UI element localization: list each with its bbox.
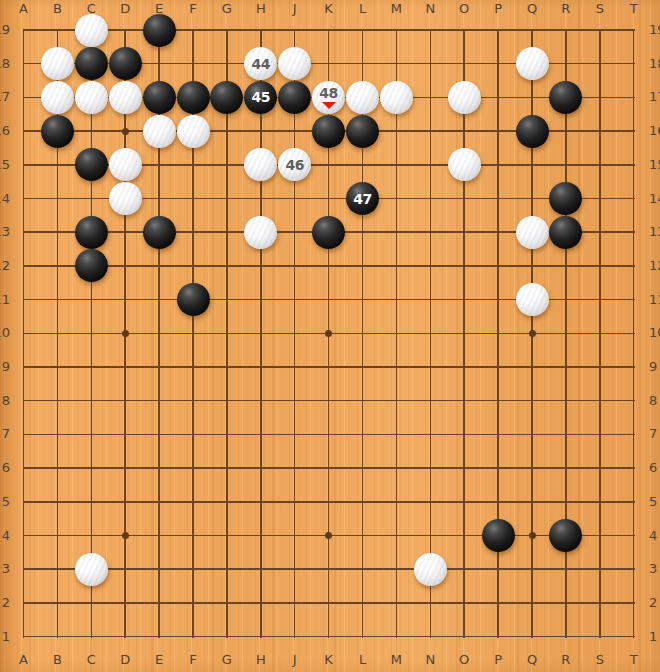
coord-label-bottom: A <box>12 652 36 667</box>
stone-white[interactable] <box>75 14 108 47</box>
stone-black[interactable] <box>312 115 345 148</box>
coord-label-left: 3 <box>0 561 10 577</box>
stone-white[interactable] <box>516 216 549 249</box>
stone-white[interactable] <box>346 81 379 114</box>
last-move-marker-icon <box>322 102 336 109</box>
stone-white[interactable] <box>278 47 311 80</box>
coord-label-bottom: G <box>215 652 239 667</box>
coord-label-left: 6 <box>0 460 10 476</box>
stone-black[interactable] <box>177 283 210 316</box>
stone-black[interactable] <box>109 47 142 80</box>
move-number-label: 48 <box>312 81 345 114</box>
stone-black[interactable] <box>516 115 549 148</box>
coord-label-top: H <box>249 1 273 16</box>
move-number-label: 46 <box>278 148 311 181</box>
coord-label-right: 12 <box>649 258 660 274</box>
coord-label-right: 14 <box>649 191 660 207</box>
coord-label-top: G <box>215 1 239 16</box>
coord-label-left: 19 <box>0 22 10 38</box>
stone-white[interactable] <box>380 81 413 114</box>
coord-label-left: 7 <box>0 426 10 442</box>
stone-black[interactable] <box>482 519 515 552</box>
grid-line-horizontal <box>23 467 635 469</box>
stone-black[interactable] <box>75 148 108 181</box>
stone-white[interactable] <box>41 47 74 80</box>
stone-black[interactable] <box>549 519 582 552</box>
coord-label-bottom: K <box>317 652 341 667</box>
coord-label-top: D <box>113 1 137 16</box>
stone-white[interactable] <box>75 553 108 586</box>
coord-label-top: T <box>622 1 646 16</box>
coord-label-left: 2 <box>0 595 10 611</box>
coord-label-left: 13 <box>0 224 10 240</box>
coord-label-left: 15 <box>0 157 10 173</box>
stone-black[interactable] <box>75 47 108 80</box>
coord-label-top: M <box>384 1 408 16</box>
stone-black[interactable] <box>75 216 108 249</box>
coord-label-left: 9 <box>0 359 10 375</box>
go-game-screen: AABBCCDDEEFFGGHHJJKKLLMMNNOOPPQQRRSSTT19… <box>0 0 660 672</box>
stone-black[interactable] <box>143 81 176 114</box>
coord-label-top: A <box>12 1 36 16</box>
stone-black[interactable] <box>312 216 345 249</box>
coord-label-top: J <box>283 1 307 16</box>
stone-black[interactable] <box>41 115 74 148</box>
star-point <box>122 532 129 539</box>
coord-label-top: F <box>181 1 205 16</box>
coord-label-top: S <box>588 1 612 16</box>
stone-white[interactable]: 46 <box>278 148 311 181</box>
coord-label-right: 4 <box>649 528 660 544</box>
coord-label-right: 8 <box>649 393 660 409</box>
stone-white[interactable] <box>244 216 277 249</box>
coord-label-left: 10 <box>0 325 10 341</box>
stone-white[interactable] <box>41 81 74 114</box>
coord-label-right: 11 <box>649 292 660 308</box>
coord-label-left: 16 <box>0 123 10 139</box>
go-board[interactable]: AABBCCDDEEFFGGHHJJKKLLMMNNOOPPQQRRSSTT19… <box>0 0 660 672</box>
move-number-label: 44 <box>244 47 277 80</box>
star-point <box>529 532 536 539</box>
coord-label-right: 2 <box>649 595 660 611</box>
coord-label-right: 13 <box>649 224 660 240</box>
coord-label-bottom: J <box>283 652 307 667</box>
coord-label-right: 1 <box>649 629 660 645</box>
coord-label-right: 19 <box>649 22 660 38</box>
move-number-label: 47 <box>346 182 379 215</box>
coord-label-bottom: D <box>113 652 137 667</box>
coord-label-right: 15 <box>649 157 660 173</box>
stone-black[interactable] <box>278 81 311 114</box>
star-point <box>122 128 129 135</box>
stone-white[interactable] <box>109 81 142 114</box>
coord-label-bottom: R <box>554 652 578 667</box>
coord-label-left: 11 <box>0 292 10 308</box>
coord-label-left: 12 <box>0 258 10 274</box>
stone-black[interactable] <box>549 81 582 114</box>
coord-label-right: 18 <box>649 56 660 72</box>
grid-line-horizontal <box>23 501 635 503</box>
stone-white[interactable] <box>177 115 210 148</box>
stone-white[interactable] <box>516 47 549 80</box>
coord-label-bottom: E <box>147 652 171 667</box>
grid-line-vertical <box>633 29 635 638</box>
coord-label-bottom: M <box>384 652 408 667</box>
coord-label-right: 16 <box>649 123 660 139</box>
stone-black[interactable] <box>210 81 243 114</box>
coord-label-bottom: F <box>181 652 205 667</box>
stone-black[interactable] <box>346 115 379 148</box>
stone-black[interactable] <box>549 182 582 215</box>
coord-label-bottom: T <box>622 652 646 667</box>
coord-label-top: B <box>45 1 69 16</box>
stone-white[interactable] <box>244 148 277 181</box>
grid-line-horizontal <box>23 568 635 570</box>
coord-label-bottom: B <box>45 652 69 667</box>
coord-label-right: 5 <box>649 494 660 510</box>
coord-label-left: 1 <box>0 629 10 645</box>
coord-label-left: 14 <box>0 191 10 207</box>
stone-white[interactable] <box>516 283 549 316</box>
grid-line-vertical <box>396 29 398 638</box>
stone-black[interactable] <box>549 216 582 249</box>
stone-white[interactable] <box>414 553 447 586</box>
grid-line-horizontal <box>23 400 635 402</box>
stone-black[interactable]: 45 <box>244 81 277 114</box>
grid-line-vertical <box>463 29 465 638</box>
coord-label-left: 5 <box>0 494 10 510</box>
coord-label-bottom: P <box>486 652 510 667</box>
stone-white[interactable] <box>448 81 481 114</box>
coord-label-top: K <box>317 1 341 16</box>
stone-black[interactable] <box>143 14 176 47</box>
coord-label-bottom: S <box>588 652 612 667</box>
coord-label-top: P <box>486 1 510 16</box>
coord-label-bottom: O <box>452 652 476 667</box>
stone-black[interactable] <box>75 249 108 282</box>
grid-line-horizontal <box>23 434 635 436</box>
stone-white[interactable]: 44 <box>244 47 277 80</box>
coord-label-bottom: L <box>351 652 375 667</box>
stone-white[interactable] <box>75 81 108 114</box>
stone-white[interactable]: 48 <box>312 81 345 114</box>
coord-label-right: 10 <box>649 325 660 341</box>
coord-label-bottom: C <box>79 652 103 667</box>
coord-label-right: 3 <box>649 561 660 577</box>
coord-label-bottom: H <box>249 652 273 667</box>
coord-label-left: 18 <box>0 56 10 72</box>
coord-label-top: N <box>418 1 442 16</box>
star-point <box>529 330 536 337</box>
star-point <box>325 330 332 337</box>
star-point <box>122 330 129 337</box>
coord-label-top: R <box>554 1 578 16</box>
coord-label-right: 17 <box>649 89 660 105</box>
grid-line-vertical <box>430 29 432 638</box>
grid-line-horizontal <box>23 366 635 368</box>
coord-label-left: 4 <box>0 528 10 544</box>
coord-label-top: L <box>351 1 375 16</box>
grid-line-horizontal <box>23 636 635 638</box>
stone-black[interactable] <box>143 216 176 249</box>
star-point <box>325 532 332 539</box>
coord-label-left: 8 <box>0 393 10 409</box>
coord-label-right: 6 <box>649 460 660 476</box>
coord-label-left: 17 <box>0 89 10 105</box>
stone-black[interactable]: 47 <box>346 182 379 215</box>
coord-label-top: Q <box>520 1 544 16</box>
grid-line-vertical <box>599 29 601 638</box>
coord-label-top: O <box>452 1 476 16</box>
coord-label-right: 9 <box>649 359 660 375</box>
coord-label-bottom: Q <box>520 652 544 667</box>
coord-label-bottom: N <box>418 652 442 667</box>
coord-label-right: 7 <box>649 426 660 442</box>
stone-white[interactable] <box>448 148 481 181</box>
stone-white[interactable] <box>143 115 176 148</box>
stone-white[interactable] <box>109 182 142 215</box>
stone-black[interactable] <box>177 81 210 114</box>
move-number-label: 45 <box>244 81 277 114</box>
grid-line-horizontal <box>23 602 635 604</box>
stone-white[interactable] <box>109 148 142 181</box>
